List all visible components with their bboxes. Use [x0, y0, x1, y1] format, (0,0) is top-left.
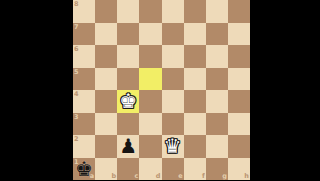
rank-label-8: 8	[74, 1, 79, 8]
square-g2[interactable]	[206, 135, 228, 158]
square-c5[interactable]	[117, 68, 139, 91]
rank-label-3: 3	[74, 114, 79, 121]
square-h6[interactable]	[228, 45, 250, 68]
square-b8[interactable]	[95, 0, 117, 23]
square-c8[interactable]	[117, 0, 139, 23]
square-d1[interactable]: d	[139, 158, 161, 181]
rank-label-4: 4	[74, 91, 79, 98]
square-e1[interactable]: e	[162, 158, 184, 181]
square-f2[interactable]	[184, 135, 206, 158]
square-g7[interactable]	[206, 23, 228, 46]
square-c2[interactable]: ♟	[117, 135, 139, 158]
square-b5[interactable]	[95, 68, 117, 91]
file-label-b: b	[112, 173, 117, 180]
square-h1[interactable]: h	[228, 158, 250, 181]
square-g8[interactable]	[206, 0, 228, 23]
square-d7[interactable]	[139, 23, 161, 46]
square-c6[interactable]	[117, 45, 139, 68]
square-c3[interactable]	[117, 113, 139, 136]
rank-label-7: 7	[74, 24, 79, 31]
square-g1[interactable]: g	[206, 158, 228, 181]
square-c1[interactable]: c	[117, 158, 139, 181]
square-b6[interactable]	[95, 45, 117, 68]
square-b7[interactable]	[95, 23, 117, 46]
file-label-c: c	[135, 173, 139, 180]
file-label-h: h	[244, 173, 249, 180]
square-b4[interactable]	[95, 90, 117, 113]
square-h3[interactable]	[228, 113, 250, 136]
file-label-d: d	[156, 173, 161, 180]
chess-app-screen: 87654♚32♟♛1a♚bcdefgh	[0, 0, 320, 180]
black-king[interactable]: ♚	[75, 159, 93, 179]
white-king[interactable]: ♚	[119, 91, 137, 111]
square-g6[interactable]	[206, 45, 228, 68]
square-e6[interactable]	[162, 45, 184, 68]
square-e7[interactable]	[162, 23, 184, 46]
square-a5[interactable]: 5	[73, 68, 95, 91]
square-a1[interactable]: 1a♚	[73, 158, 95, 181]
square-a8[interactable]: 8	[73, 0, 95, 23]
square-b3[interactable]	[95, 113, 117, 136]
square-e5[interactable]	[162, 68, 184, 91]
square-f3[interactable]	[184, 113, 206, 136]
square-h8[interactable]	[228, 0, 250, 23]
file-label-g: g	[222, 173, 227, 180]
file-label-f: f	[202, 173, 205, 180]
square-d6[interactable]	[139, 45, 161, 68]
square-f7[interactable]	[184, 23, 206, 46]
square-h7[interactable]	[228, 23, 250, 46]
letterbox-left	[0, 0, 73, 180]
square-e2[interactable]: ♛	[162, 135, 184, 158]
chess-board: 87654♚32♟♛1a♚bcdefgh	[73, 0, 250, 180]
square-a3[interactable]: 3	[73, 113, 95, 136]
square-g3[interactable]	[206, 113, 228, 136]
square-c4[interactable]: ♚	[117, 90, 139, 113]
black-pawn[interactable]: ♟	[119, 136, 137, 156]
square-h2[interactable]	[228, 135, 250, 158]
square-e3[interactable]	[162, 113, 184, 136]
square-a2[interactable]: 2	[73, 135, 95, 158]
square-e4[interactable]	[162, 90, 184, 113]
square-h4[interactable]	[228, 90, 250, 113]
square-f4[interactable]	[184, 90, 206, 113]
square-f6[interactable]	[184, 45, 206, 68]
square-b1[interactable]: b	[95, 158, 117, 181]
square-b2[interactable]	[95, 135, 117, 158]
square-h5[interactable]	[228, 68, 250, 91]
square-d4[interactable]	[139, 90, 161, 113]
white-queen[interactable]: ♛	[164, 136, 182, 156]
square-f5[interactable]	[184, 68, 206, 91]
square-a7[interactable]: 7	[73, 23, 95, 46]
square-g5[interactable]	[206, 68, 228, 91]
square-d2[interactable]	[139, 135, 161, 158]
square-f1[interactable]: f	[184, 158, 206, 181]
letterbox-right	[250, 0, 320, 180]
square-d8[interactable]	[139, 0, 161, 23]
square-a4[interactable]: 4	[73, 90, 95, 113]
file-label-e: e	[178, 173, 182, 180]
square-d3[interactable]	[139, 113, 161, 136]
square-c7[interactable]	[117, 23, 139, 46]
square-d5[interactable]	[139, 68, 161, 91]
rank-label-2: 2	[74, 136, 79, 143]
square-g4[interactable]	[206, 90, 228, 113]
square-e8[interactable]	[162, 0, 184, 23]
square-f8[interactable]	[184, 0, 206, 23]
rank-label-5: 5	[74, 69, 79, 76]
rank-label-6: 6	[74, 46, 79, 53]
square-a6[interactable]: 6	[73, 45, 95, 68]
